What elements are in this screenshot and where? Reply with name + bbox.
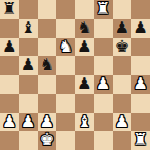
- square-e2[interactable]: ♝: [75, 113, 94, 132]
- piece-black-pawn[interactable]: ♟: [2, 38, 17, 57]
- square-b5[interactable]: ♟: [19, 56, 38, 75]
- square-c5[interactable]: ♞: [38, 56, 57, 75]
- piece-black-rook[interactable]: ♜: [2, 0, 17, 19]
- square-d7[interactable]: [56, 19, 75, 38]
- square-f7[interactable]: [94, 19, 113, 38]
- square-a2[interactable]: ♟: [0, 113, 19, 132]
- piece-black-knight[interactable]: ♞: [39, 56, 54, 75]
- square-b1[interactable]: [19, 131, 38, 150]
- piece-white-rook[interactable]: ♜: [96, 0, 111, 19]
- piece-white-pawn[interactable]: ♟: [133, 75, 148, 94]
- square-b7[interactable]: ♝: [19, 19, 38, 38]
- square-d6[interactable]: ♞: [56, 38, 75, 57]
- square-b3[interactable]: [19, 94, 38, 113]
- piece-white-pawn[interactable]: ♟: [21, 113, 36, 132]
- square-g3[interactable]: [113, 94, 132, 113]
- piece-black-pawn[interactable]: ♟: [77, 75, 92, 94]
- square-c8[interactable]: [38, 0, 57, 19]
- square-b6[interactable]: [19, 38, 38, 57]
- square-d2[interactable]: [56, 113, 75, 132]
- piece-white-king[interactable]: ♚: [39, 131, 54, 150]
- square-g4[interactable]: [113, 75, 132, 94]
- square-b2[interactable]: ♟: [19, 113, 38, 132]
- square-c7[interactable]: [38, 19, 57, 38]
- piece-black-pawn[interactable]: ♟: [114, 19, 129, 38]
- square-e3[interactable]: [75, 94, 94, 113]
- square-h4[interactable]: ♟: [131, 75, 150, 94]
- square-b4[interactable]: [19, 75, 38, 94]
- square-a3[interactable]: [0, 94, 19, 113]
- square-f8[interactable]: ♜: [94, 0, 113, 19]
- square-h2[interactable]: [131, 113, 150, 132]
- square-d4[interactable]: [56, 75, 75, 94]
- square-g6[interactable]: ♚: [113, 38, 132, 57]
- square-h5[interactable]: [131, 56, 150, 75]
- square-d3[interactable]: [56, 94, 75, 113]
- square-e4[interactable]: ♟: [75, 75, 94, 94]
- piece-white-pawn[interactable]: ♟: [96, 75, 111, 94]
- square-e5[interactable]: [75, 56, 94, 75]
- chess-board: ♜♜♝♞♟♟♟♞♟♚♟♞♟♟♟♟♟♟♝♟♚♜: [0, 0, 150, 150]
- square-a6[interactable]: ♟: [0, 38, 19, 57]
- square-a4[interactable]: [0, 75, 19, 94]
- square-d8[interactable]: [56, 0, 75, 19]
- square-h3[interactable]: [131, 94, 150, 113]
- square-d5[interactable]: [56, 56, 75, 75]
- square-g1[interactable]: [113, 131, 132, 150]
- square-g5[interactable]: [113, 56, 132, 75]
- piece-white-pawn[interactable]: ♟: [114, 113, 129, 132]
- piece-black-knight[interactable]: ♞: [77, 19, 92, 38]
- square-c4[interactable]: [38, 75, 57, 94]
- square-e7[interactable]: ♞: [75, 19, 94, 38]
- square-f5[interactable]: [94, 56, 113, 75]
- square-c3[interactable]: [38, 94, 57, 113]
- square-f3[interactable]: [94, 94, 113, 113]
- square-c1[interactable]: ♚: [38, 131, 57, 150]
- square-g2[interactable]: ♟: [113, 113, 132, 132]
- square-h6[interactable]: [131, 38, 150, 57]
- square-h8[interactable]: [131, 0, 150, 19]
- piece-white-rook[interactable]: ♜: [133, 131, 148, 150]
- square-a1[interactable]: [0, 131, 19, 150]
- square-e6[interactable]: ♟: [75, 38, 94, 57]
- square-c6[interactable]: [38, 38, 57, 57]
- square-h1[interactable]: ♜: [131, 131, 150, 150]
- square-b8[interactable]: [19, 0, 38, 19]
- piece-black-king[interactable]: ♚: [114, 38, 129, 57]
- square-d1[interactable]: [56, 131, 75, 150]
- piece-black-pawn[interactable]: ♟: [21, 56, 36, 75]
- square-e8[interactable]: [75, 0, 94, 19]
- piece-black-pawn[interactable]: ♟: [133, 19, 148, 38]
- piece-white-bishop[interactable]: ♝: [77, 113, 92, 132]
- square-e1[interactable]: [75, 131, 94, 150]
- square-h7[interactable]: ♟: [131, 19, 150, 38]
- square-c2[interactable]: ♟: [38, 113, 57, 132]
- square-f1[interactable]: [94, 131, 113, 150]
- square-g8[interactable]: [113, 0, 132, 19]
- piece-black-pawn[interactable]: ♟: [77, 38, 92, 57]
- square-a7[interactable]: [0, 19, 19, 38]
- square-a8[interactable]: ♜: [0, 0, 19, 19]
- square-a5[interactable]: [0, 56, 19, 75]
- piece-white-knight[interactable]: ♞: [58, 38, 73, 57]
- square-f6[interactable]: [94, 38, 113, 57]
- piece-black-bishop[interactable]: ♝: [21, 19, 36, 38]
- square-f2[interactable]: [94, 113, 113, 132]
- square-f4[interactable]: ♟: [94, 75, 113, 94]
- square-g7[interactable]: ♟: [113, 19, 132, 38]
- piece-white-pawn[interactable]: ♟: [2, 113, 17, 132]
- piece-white-pawn[interactable]: ♟: [39, 113, 54, 132]
